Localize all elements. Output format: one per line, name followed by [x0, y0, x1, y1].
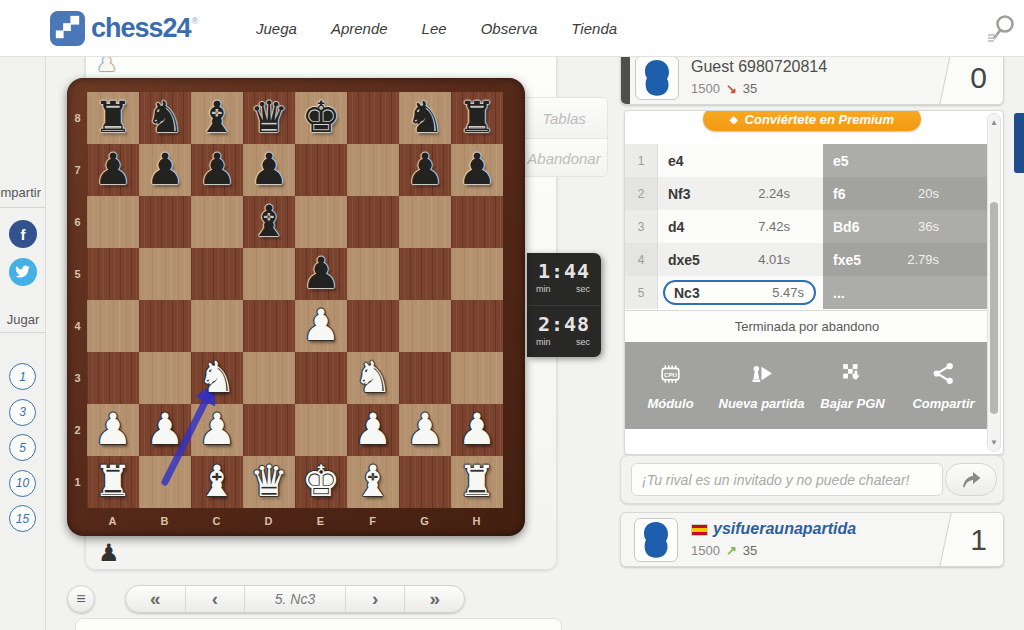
- square-e5[interactable]: ♟: [295, 248, 347, 300]
- square-e3[interactable]: [295, 352, 347, 404]
- piece-black-pawn-a7[interactable]: ♟: [87, 144, 139, 196]
- nav-next-button[interactable]: ›: [346, 586, 405, 612]
- black-clock-time: 1:44: [527, 259, 601, 283]
- square-g1[interactable]: [399, 456, 451, 508]
- move-number: 2: [625, 177, 658, 210]
- piece-white-pawn-c2[interactable]: ♟: [191, 404, 243, 456]
- file-label-d: D: [243, 511, 295, 531]
- facebook-share-button[interactable]: f: [9, 220, 37, 248]
- search-button[interactable]: [986, 12, 1020, 48]
- piece-black-knight-b8[interactable]: ♞: [139, 92, 191, 144]
- white-move-san: Nf3: [668, 186, 691, 202]
- sec-label: sec: [576, 337, 590, 347]
- draw-button[interactable]: Tablas: [521, 98, 607, 138]
- registered-mark: ®: [192, 16, 199, 26]
- resign-button[interactable]: Abandonar: [521, 138, 607, 177]
- square-h7[interactable]: ♟: [451, 144, 503, 196]
- scroll-down-arrow[interactable]: ▼: [988, 438, 1000, 447]
- piece-black-pawn-d7[interactable]: ♟: [243, 144, 295, 196]
- moves-scrollbar: ▲ ▼: [987, 113, 1001, 452]
- time-control-5-min[interactable]: 5: [9, 434, 36, 461]
- menu-item-juega[interactable]: Juega: [256, 20, 297, 37]
- piece-black-pawn-b7[interactable]: ♟: [139, 144, 191, 196]
- square-g4[interactable]: [399, 300, 451, 352]
- file-label-b: B: [139, 511, 191, 531]
- piece-white-knight-f3[interactable]: ♞: [347, 352, 399, 404]
- menu-item-observa[interactable]: Observa: [481, 20, 538, 37]
- nav-previous-button[interactable]: ‹: [185, 586, 245, 612]
- square-a8[interactable]: ♜: [87, 92, 139, 144]
- square-d1[interactable]: ♛: [243, 456, 295, 508]
- move-row-4: 4dxe54.01sfxe52.79s: [625, 243, 989, 276]
- black-move-san: f6: [833, 186, 845, 202]
- chessboard: 87654321 ABCDEFGH ♜♞♝♛♚♞♜♟♟♟♟♟♟♝♟♟♞♞♟♟♟♟…: [67, 78, 525, 536]
- square-h2[interactable]: ♟: [451, 404, 503, 456]
- scrollbar-thumb[interactable]: [990, 202, 998, 414]
- action-nueva-partida[interactable]: Nueva partida: [716, 342, 807, 429]
- bottom-panel-edge: [75, 618, 562, 630]
- action-bajar-pgn[interactable]: Bajar PGN: [807, 342, 898, 429]
- opponent-player-card: Guest 6980720814 1500 ↘ 35 0: [620, 50, 1004, 105]
- square-e4[interactable]: ♟: [295, 300, 347, 352]
- move-row-2: 2Nf32.24sf620s: [625, 177, 989, 210]
- selected-move-pill: Nc35.47s: [663, 280, 816, 305]
- rating-down-icon: ↘: [726, 81, 737, 96]
- action-label: Nueva partida: [719, 396, 805, 411]
- chat-panel: [620, 455, 1004, 504]
- square-b5[interactable]: [139, 248, 191, 300]
- white-move-san: dxe5: [668, 252, 700, 268]
- action-label: Módulo: [647, 396, 693, 411]
- move-number: 5: [625, 276, 658, 309]
- black-move-e5[interactable]: e5: [823, 144, 989, 177]
- piece-black-pawn-g7[interactable]: ♟: [399, 144, 451, 196]
- square-g2[interactable]: ♟: [399, 404, 451, 456]
- white-move-san: e4: [668, 153, 684, 169]
- facebook-icon: f: [21, 226, 26, 243]
- sidebar-divider: [0, 207, 46, 208]
- piece-white-bishop-c1[interactable]: ♝: [191, 456, 243, 508]
- file-label-c: C: [191, 511, 243, 531]
- file-label-f: F: [347, 511, 399, 531]
- black-move-san: e5: [833, 153, 849, 169]
- scroll-up-arrow[interactable]: ▲: [988, 118, 1000, 127]
- nav-last-button[interactable]: »: [404, 586, 464, 612]
- square-c7[interactable]: ♟: [191, 144, 243, 196]
- user-avatar-silhouette: [639, 520, 673, 560]
- square-c1[interactable]: ♝: [191, 456, 243, 508]
- square-e1[interactable]: ♚: [295, 456, 347, 508]
- game-status: Terminada por abandono: [625, 310, 989, 342]
- square-h4[interactable]: [451, 300, 503, 352]
- opponent-score: 0: [970, 61, 987, 95]
- black-move-fxe5[interactable]: fxe52.79s: [823, 243, 989, 276]
- move-row-5: 5Nc35.47s...: [625, 276, 989, 309]
- time-control-10-min[interactable]: 10: [9, 470, 36, 497]
- menu-item-tienda[interactable]: Tienda: [571, 20, 617, 37]
- black-move-f6[interactable]: f620s: [823, 177, 989, 210]
- post-game-actions: CPUMóduloNueva partidaBajar PGNCompartir: [625, 342, 989, 429]
- clock-panel: 1:44 min sec 2:48 min sec: [527, 253, 601, 357]
- piece-white-pawn-f2[interactable]: ♟: [347, 404, 399, 456]
- square-a7[interactable]: ♟: [87, 144, 139, 196]
- piece-white-rook-h1[interactable]: ♜: [451, 456, 503, 508]
- square-b3[interactable]: [139, 352, 191, 404]
- square-d5[interactable]: [243, 248, 295, 300]
- move-navigation: «‹5. Nc3›»: [125, 585, 465, 613]
- twitter-icon: [15, 265, 31, 279]
- square-d6[interactable]: ♝: [243, 196, 295, 248]
- captured-pieces-bottom: ♟: [98, 539, 120, 567]
- piece-white-pawn-a2[interactable]: ♟: [87, 404, 139, 456]
- piece-black-bishop-c8[interactable]: ♝: [191, 92, 243, 144]
- piece-white-pawn-e4[interactable]: ♟: [295, 300, 347, 352]
- white-move-Nc3[interactable]: Nc35.47s: [658, 276, 823, 309]
- rank-label-4: 4: [70, 300, 85, 352]
- share-icon: [930, 360, 957, 391]
- own-rating: 1500: [691, 543, 720, 558]
- square-e6[interactable]: [295, 196, 347, 248]
- sec-label: sec: [576, 284, 590, 294]
- white-clock-time: 2:48: [527, 312, 601, 336]
- square-h5[interactable]: [451, 248, 503, 300]
- black-move-...[interactable]: ...: [823, 276, 989, 309]
- avatar: [635, 56, 679, 100]
- action-label: Compartir: [912, 396, 974, 411]
- time-control-1-min[interactable]: 1: [9, 363, 36, 390]
- own-score: 1: [970, 523, 987, 557]
- square-f5[interactable]: [347, 248, 399, 300]
- piece-white-pawn-g2[interactable]: ♟: [399, 404, 451, 456]
- rank-label-2: 2: [70, 404, 85, 456]
- square-c2[interactable]: ♟: [191, 404, 243, 456]
- piece-white-knight-c3[interactable]: ♞: [191, 352, 243, 404]
- square-f1[interactable]: ♝: [347, 456, 399, 508]
- chat-input[interactable]: [631, 463, 943, 496]
- piece-black-queen-d8[interactable]: ♛: [243, 92, 295, 144]
- navbar-menu: JuegaAprendeLeeObservaTienda: [256, 0, 617, 57]
- spain-flag-icon: [691, 524, 708, 536]
- move-number: 1: [625, 144, 658, 177]
- own-rating-change: 35: [743, 543, 757, 558]
- collapsed-side-tab[interactable]: [1014, 113, 1024, 173]
- action-módulo[interactable]: CPUMódulo: [625, 342, 716, 429]
- square-a1[interactable]: ♜: [87, 456, 139, 508]
- square-h8[interactable]: ♜: [451, 92, 503, 144]
- gem-icon: ◆: [730, 114, 738, 125]
- rating-up-icon: ↗: [726, 543, 737, 558]
- chess24-logo-icon: [50, 11, 85, 46]
- twitter-share-button[interactable]: [9, 258, 37, 286]
- square-b6[interactable]: [139, 196, 191, 248]
- square-f4[interactable]: [347, 300, 399, 352]
- new-game-icon: [748, 360, 775, 391]
- board-menu-button[interactable]: ≡: [67, 585, 95, 613]
- white-move-time: 4.01s: [758, 252, 790, 267]
- square-g6[interactable]: [399, 196, 451, 248]
- white-move-e4[interactable]: e4: [658, 144, 823, 177]
- piece-black-pawn-c7[interactable]: ♟: [191, 144, 243, 196]
- rank-label-7: 7: [70, 144, 85, 196]
- rank-label-8: 8: [70, 92, 85, 144]
- square-d3[interactable]: [243, 352, 295, 404]
- black-move-san: ...: [833, 285, 845, 301]
- rank-label-1: 1: [70, 456, 85, 508]
- white-move-d4[interactable]: d47.42s: [658, 210, 823, 243]
- share-sidebar: Compartir f Jugar 1351015: [0, 57, 46, 630]
- square-h1[interactable]: ♜: [451, 456, 503, 508]
- square-a3[interactable]: [87, 352, 139, 404]
- white-move-san: Nc3: [674, 285, 700, 301]
- piece-white-queen-d1[interactable]: ♛: [243, 456, 295, 508]
- black-clock: 1:44 min sec: [527, 253, 601, 305]
- square-g8[interactable]: ♞: [399, 92, 451, 144]
- rank-label-5: 5: [70, 248, 85, 300]
- menu-item-lee[interactable]: Lee: [422, 20, 447, 37]
- avatar: [634, 518, 678, 562]
- square-c5[interactable]: [191, 248, 243, 300]
- file-label-e: E: [295, 511, 347, 531]
- sidebar-divider: [0, 332, 46, 333]
- opponent-rating: 1500: [691, 81, 720, 96]
- action-compartir[interactable]: Compartir: [898, 342, 989, 429]
- square-b1[interactable]: [139, 456, 191, 508]
- game-action-buttons: Tablas Abandonar: [520, 97, 608, 177]
- square-b7[interactable]: ♟: [139, 144, 191, 196]
- send-arrow-icon: [959, 470, 983, 490]
- move-number: 4: [625, 243, 658, 276]
- square-c4[interactable]: [191, 300, 243, 352]
- square-e8[interactable]: ♚: [295, 92, 347, 144]
- search-icon: [986, 12, 1018, 46]
- current-move-label: 5. Nc3: [244, 586, 346, 612]
- opponent-name: Guest 6980720814: [691, 58, 827, 76]
- square-d8[interactable]: ♛: [243, 92, 295, 144]
- piece-white-pawn-b2[interactable]: ♟: [139, 404, 191, 456]
- min-label: min: [536, 284, 551, 294]
- black-move-time: 36s: [918, 219, 939, 234]
- rank-label-6: 6: [70, 196, 85, 248]
- jugar-label: Jugar: [0, 312, 46, 327]
- white-clock: 2:48 min sec: [527, 305, 601, 357]
- navbar: chess24 ® JuegaAprendeLeeObservaTienda: [0, 0, 1024, 57]
- square-b2[interactable]: ♟: [139, 404, 191, 456]
- piece-white-pawn-h2[interactable]: ♟: [451, 404, 503, 456]
- captured-black-pawn: ♟: [98, 539, 120, 567]
- piece-white-rook-a1[interactable]: ♜: [87, 456, 139, 508]
- square-a6[interactable]: [87, 196, 139, 248]
- move-list: 1e4e52Nf32.24sf620s3d47.42sBd636s4dxe54.…: [625, 144, 989, 309]
- square-g7[interactable]: ♟: [399, 144, 451, 196]
- square-d4[interactable]: [243, 300, 295, 352]
- white-move-Nf3[interactable]: Nf32.24s: [658, 177, 823, 210]
- action-label: Bajar PGN: [820, 396, 884, 411]
- move-number: 3: [625, 210, 658, 243]
- square-e7[interactable]: [295, 144, 347, 196]
- square-c8[interactable]: ♝: [191, 92, 243, 144]
- opponent-rating-change: 35: [743, 81, 757, 96]
- piece-black-pawn-e5[interactable]: ♟: [295, 248, 347, 300]
- square-f8[interactable]: [347, 92, 399, 144]
- time-control-15-min[interactable]: 15: [9, 505, 36, 532]
- move-row-1: 1e4e5: [625, 144, 989, 177]
- piece-black-rook-a8[interactable]: ♜: [87, 92, 139, 144]
- white-move-time: 2.24s: [758, 186, 790, 201]
- piece-black-knight-g8[interactable]: ♞: [399, 92, 451, 144]
- square-e2[interactable]: [295, 404, 347, 456]
- player-color-strip: [621, 51, 630, 104]
- cpu-icon: CPU: [657, 360, 684, 391]
- piece-black-rook-h8[interactable]: ♜: [451, 92, 503, 144]
- square-g5[interactable]: [399, 248, 451, 300]
- time-control-3-min[interactable]: 3: [9, 399, 36, 426]
- square-b8[interactable]: ♞: [139, 92, 191, 144]
- square-d7[interactable]: ♟: [243, 144, 295, 196]
- rank-label-3: 3: [70, 352, 85, 404]
- download-pgn-icon: [839, 360, 866, 391]
- move-row-3: 3d47.42sBd636s: [625, 210, 989, 243]
- own-name: ysifueraunapartida: [713, 520, 856, 538]
- square-b4[interactable]: [139, 300, 191, 352]
- piece-white-bishop-f1[interactable]: ♝: [347, 456, 399, 508]
- menu-item-aprende[interactable]: Aprende: [331, 20, 388, 37]
- chat-send-button[interactable]: [945, 463, 997, 496]
- moves-panel: ◆ Conviértete en Premium 1e4e52Nf32.24sf…: [624, 110, 1004, 455]
- nav-first-button[interactable]: «: [126, 586, 185, 612]
- file-label-h: H: [451, 511, 503, 531]
- compartir-label: Compartir: [0, 185, 41, 200]
- guest-avatar-silhouette: [640, 58, 674, 98]
- chess24-play-screen: chess24 ® JuegaAprendeLeeObservaTienda C…: [0, 0, 1024, 630]
- board-squares: ♜♞♝♛♚♞♜♟♟♟♟♟♟♝♟♟♞♞♟♟♟♟♟♟♜♝♛♚♝♜: [87, 92, 503, 508]
- white-move-san: d4: [668, 219, 684, 235]
- square-a4[interactable]: [87, 300, 139, 352]
- black-move-Bd6[interactable]: Bd636s: [823, 210, 989, 243]
- svg-text:CPU: CPU: [664, 371, 678, 378]
- own-player-card: ysifueraunapartida 1500 ↗ 35 1: [620, 512, 1004, 567]
- square-f7[interactable]: [347, 144, 399, 196]
- black-move-time: 20s: [918, 186, 939, 201]
- square-f6[interactable]: [347, 196, 399, 248]
- square-a2[interactable]: ♟: [87, 404, 139, 456]
- black-move-san: fxe5: [833, 252, 861, 268]
- square-a5[interactable]: [87, 248, 139, 300]
- piece-black-pawn-h7[interactable]: ♟: [451, 144, 503, 196]
- square-d2[interactable]: [243, 404, 295, 456]
- file-label-a: A: [87, 511, 139, 531]
- square-c6[interactable]: [191, 196, 243, 248]
- square-f3[interactable]: ♞: [347, 352, 399, 404]
- piece-white-king-e1[interactable]: ♚: [295, 456, 347, 508]
- black-move-time: 2.79s: [907, 252, 939, 267]
- white-move-time: 5.47s: [772, 285, 804, 300]
- brand-wordmark: chess24: [91, 13, 191, 44]
- black-move-san: Bd6: [833, 219, 859, 235]
- white-move-dxe5[interactable]: dxe54.01s: [658, 243, 823, 276]
- white-move-time: 7.42s: [758, 219, 790, 234]
- piece-black-king-e8[interactable]: ♚: [295, 92, 347, 144]
- file-label-g: G: [399, 511, 451, 531]
- premium-button[interactable]: ◆ Conviértete en Premium: [703, 110, 921, 131]
- premium-label: Conviértete en Premium: [745, 112, 895, 127]
- hamburger-icon: ≡: [76, 590, 85, 608]
- piece-black-bishop-d6[interactable]: ♝: [243, 196, 295, 248]
- square-h3[interactable]: [451, 352, 503, 404]
- square-h6[interactable]: [451, 196, 503, 248]
- chess24-logo[interactable]: chess24 ®: [50, 11, 198, 46]
- square-f2[interactable]: ♟: [347, 404, 399, 456]
- square-g3[interactable]: [399, 352, 451, 404]
- square-c3[interactable]: ♞: [191, 352, 243, 404]
- min-label: min: [536, 337, 551, 347]
